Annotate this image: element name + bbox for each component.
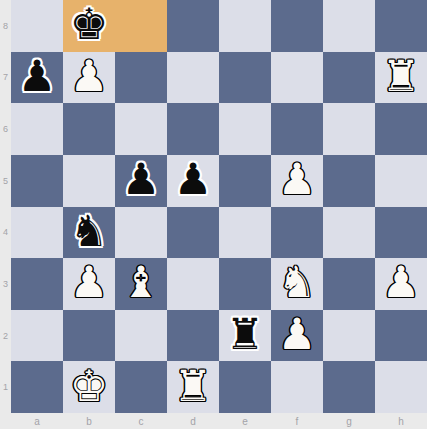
piece-black-N-b4[interactable]: ♞ [70,210,109,253]
file-label-d: d [167,413,219,429]
rank-label-7: 7 [0,52,11,104]
square-g2[interactable] [323,310,375,362]
square-h5[interactable] [375,155,427,207]
square-h4[interactable] [375,207,427,259]
square-h2[interactable] [375,310,427,362]
square-c4[interactable] [115,207,167,259]
file-label-a: a [11,413,63,429]
piece-black-P-a7[interactable]: ♟ [18,55,57,98]
square-b4[interactable]: ♞ [63,207,115,259]
file-label-g: g [323,413,375,429]
file-labels: abcdefgh [11,413,427,429]
square-a7[interactable]: ♟ [11,52,63,104]
rank-label-5: 5 [0,155,11,207]
square-e6[interactable] [219,103,271,155]
square-a6[interactable] [11,103,63,155]
square-e4[interactable] [219,207,271,259]
square-d2[interactable] [167,310,219,362]
square-b8[interactable]: ♚ [63,0,115,52]
piece-white-P-b7[interactable]: ♟ [70,55,109,98]
square-d4[interactable] [167,207,219,259]
piece-white-R-d1[interactable]: ♜ [174,365,213,408]
file-label-c: c [115,413,167,429]
chess-board-app: 87654321 ♚♟♟♜♟♟♟♞♟♝♞♟♜♟♚♜ abcdefgh [0,0,427,429]
square-e1[interactable] [219,361,271,413]
square-f7[interactable] [271,52,323,104]
piece-white-P-f2[interactable]: ♟ [278,313,317,356]
file-label-f: f [271,413,323,429]
piece-white-B-c3[interactable]: ♝ [122,261,161,304]
piece-white-N-f3[interactable]: ♞ [278,261,317,304]
piece-black-P-d5[interactable]: ♟ [174,158,213,201]
square-f1[interactable] [271,361,323,413]
square-f3[interactable]: ♞ [271,258,323,310]
square-c3[interactable]: ♝ [115,258,167,310]
file-label-h: h [375,413,427,429]
square-h7[interactable]: ♜ [375,52,427,104]
piece-white-P-h3[interactable]: ♟ [382,261,421,304]
square-g5[interactable] [323,155,375,207]
rank-label-3: 3 [0,258,11,310]
square-g3[interactable] [323,258,375,310]
square-f2[interactable]: ♟ [271,310,323,362]
square-d5[interactable]: ♟ [167,155,219,207]
square-b6[interactable] [63,103,115,155]
square-f8[interactable] [271,0,323,52]
file-label-b: b [63,413,115,429]
square-a4[interactable] [11,207,63,259]
square-e2[interactable]: ♜ [219,310,271,362]
square-c5[interactable]: ♟ [115,155,167,207]
square-b3[interactable]: ♟ [63,258,115,310]
square-a8[interactable] [11,0,63,52]
piece-black-P-c5[interactable]: ♟ [122,158,161,201]
square-d3[interactable] [167,258,219,310]
rank-label-4: 4 [0,207,11,259]
piece-white-P-f5[interactable]: ♟ [278,158,317,201]
square-d1[interactable]: ♜ [167,361,219,413]
square-d8[interactable] [167,0,219,52]
file-label-e: e [219,413,271,429]
square-b5[interactable] [63,155,115,207]
square-a2[interactable] [11,310,63,362]
piece-black-K-b8[interactable]: ♚ [70,3,109,46]
square-h3[interactable]: ♟ [375,258,427,310]
square-a1[interactable] [11,361,63,413]
piece-white-R-h7[interactable]: ♜ [382,55,421,98]
square-b7[interactable]: ♟ [63,52,115,104]
square-f6[interactable] [271,103,323,155]
square-e7[interactable] [219,52,271,104]
piece-black-R-e2[interactable]: ♜ [226,313,265,356]
square-h1[interactable] [375,361,427,413]
square-f5[interactable]: ♟ [271,155,323,207]
square-b2[interactable] [63,310,115,362]
square-c2[interactable] [115,310,167,362]
piece-white-P-b3[interactable]: ♟ [70,261,109,304]
square-d6[interactable] [167,103,219,155]
square-g1[interactable] [323,361,375,413]
square-g8[interactable] [323,0,375,52]
rank-label-1: 1 [0,361,11,413]
rank-label-8: 8 [0,0,11,52]
square-g4[interactable] [323,207,375,259]
square-c8[interactable] [115,0,167,52]
rank-labels: 87654321 [0,0,11,413]
square-b1[interactable]: ♚ [63,361,115,413]
square-c1[interactable] [115,361,167,413]
square-e5[interactable] [219,155,271,207]
square-e8[interactable] [219,0,271,52]
square-a5[interactable] [11,155,63,207]
rank-label-2: 2 [0,310,11,362]
square-d7[interactable] [167,52,219,104]
chess-board[interactable]: ♚♟♟♜♟♟♟♞♟♝♞♟♜♟♚♜ [11,0,427,413]
square-g7[interactable] [323,52,375,104]
square-h6[interactable] [375,103,427,155]
square-h8[interactable] [375,0,427,52]
square-a3[interactable] [11,258,63,310]
square-g6[interactable] [323,103,375,155]
square-f4[interactable] [271,207,323,259]
rank-label-6: 6 [0,103,11,155]
square-c6[interactable] [115,103,167,155]
piece-white-K-b1[interactable]: ♚ [70,365,109,408]
square-e3[interactable] [219,258,271,310]
square-c7[interactable] [115,52,167,104]
